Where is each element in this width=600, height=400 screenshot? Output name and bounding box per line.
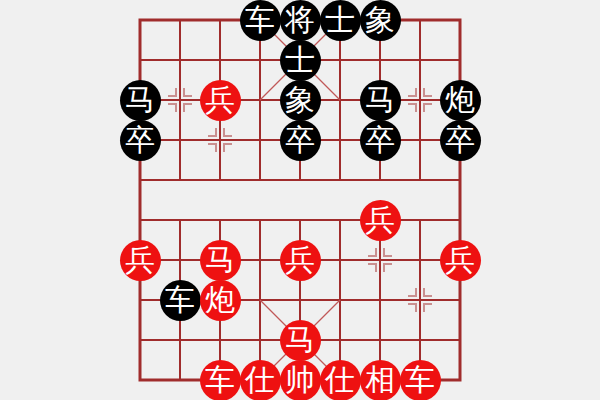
xiangqi-app: 车将士象士马兵象马炮卒卒卒卒兵兵马兵兵车炮马车仕帅仕相车 — [0, 0, 600, 400]
black-soldier[interactable]: 卒 — [120, 120, 161, 161]
red-advisor[interactable]: 仕 — [240, 360, 281, 400]
red-soldier[interactable]: 兵 — [200, 80, 241, 121]
black-cannon[interactable]: 炮 — [440, 80, 481, 121]
black-chariot[interactable]: 车 — [240, 0, 281, 41]
board-grid: 车将士象士马兵象马炮卒卒卒卒兵兵马兵兵车炮马车仕帅仕相车 — [120, 0, 480, 400]
black-horse[interactable]: 马 — [120, 80, 161, 121]
black-soldier[interactable]: 卒 — [280, 120, 321, 161]
red-king[interactable]: 帅 — [280, 360, 321, 400]
black-advisor[interactable]: 士 — [320, 0, 361, 41]
red-chariot[interactable]: 车 — [400, 360, 441, 400]
red-horse[interactable]: 马 — [200, 240, 241, 281]
red-soldier[interactable]: 兵 — [440, 240, 481, 281]
red-horse[interactable]: 马 — [280, 320, 321, 361]
red-cannon[interactable]: 炮 — [200, 280, 241, 321]
red-elephant[interactable]: 相 — [360, 360, 401, 400]
black-horse[interactable]: 马 — [360, 80, 401, 121]
black-advisor[interactable]: 士 — [280, 40, 321, 81]
red-soldier[interactable]: 兵 — [360, 200, 401, 241]
red-chariot[interactable]: 车 — [200, 360, 241, 400]
red-soldier[interactable]: 兵 — [280, 240, 321, 281]
black-soldier[interactable]: 卒 — [440, 120, 481, 161]
black-elephant[interactable]: 象 — [360, 0, 401, 41]
black-elephant[interactable]: 象 — [280, 80, 321, 121]
red-soldier[interactable]: 兵 — [120, 240, 161, 281]
red-advisor[interactable]: 仕 — [320, 360, 361, 400]
black-general[interactable]: 将 — [280, 0, 321, 41]
black-soldier[interactable]: 卒 — [360, 120, 401, 161]
black-chariot[interactable]: 车 — [160, 280, 201, 321]
